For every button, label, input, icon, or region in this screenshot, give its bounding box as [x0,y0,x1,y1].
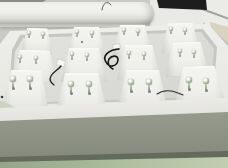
stud-earring [146,79,151,84]
jewelry-tray-photo [0,0,228,168]
stud-earring [186,77,191,82]
stud-earring [68,81,73,86]
stud-earring [10,76,15,81]
stud-earring [203,78,208,83]
earring-back [12,87,15,90]
stud-earring [128,79,133,84]
earring-post [143,55,145,60]
earring-back [70,92,73,95]
earring-post [19,58,21,63]
earring-back [130,90,133,93]
earring-back [188,88,191,91]
earring-post [35,59,37,64]
earring-post [193,53,195,58]
earring-back [148,90,151,93]
earring-back [205,89,208,92]
earring-post [179,52,181,57]
earring-post [128,54,130,59]
earring-post [86,56,88,61]
stud-earring [86,81,91,86]
stud-earring [27,76,32,81]
earring-post [71,55,73,60]
earring-back [88,92,91,95]
earring-back [29,87,32,90]
